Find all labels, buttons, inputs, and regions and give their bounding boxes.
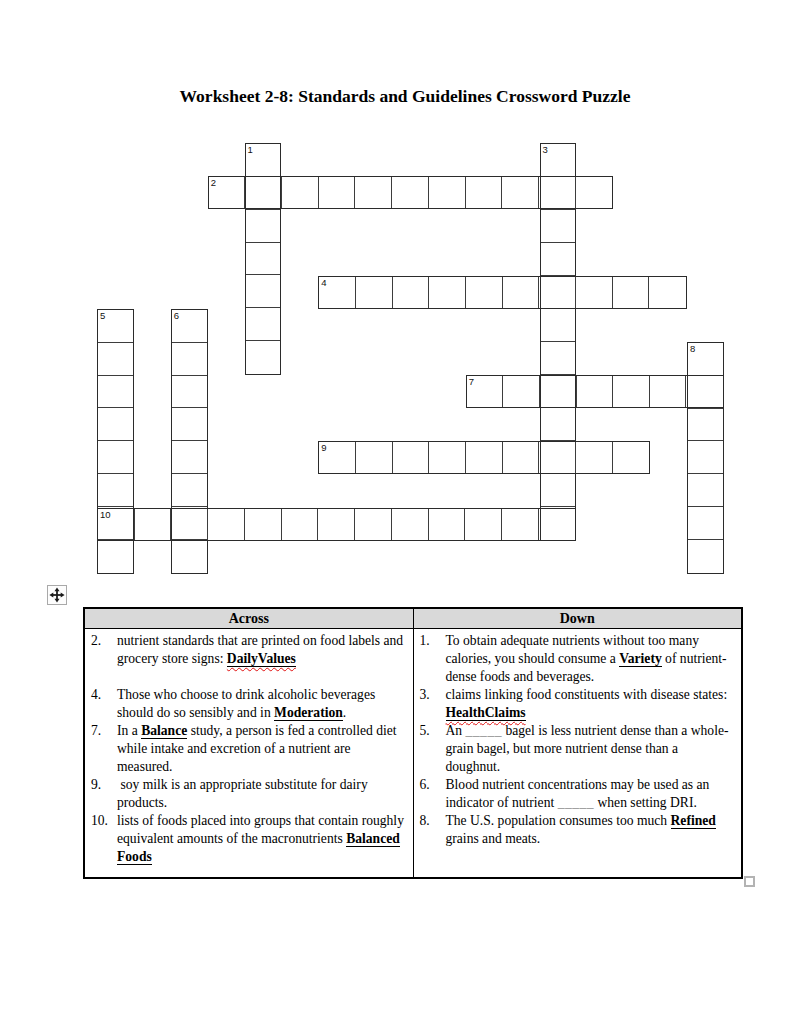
clue-text: Blood nutrient concentrations may be use… (446, 776, 738, 812)
page-title: Worksheet 2-8: Standards and Guidelines … (0, 86, 810, 107)
grid-cell[interactable]: 3 (541, 144, 576, 177)
clue-answer: DailyValues (227, 651, 296, 667)
clue-text: To obtain adequate nutrients without too… (446, 632, 738, 686)
clue-number: 8. (420, 812, 446, 848)
clue-text: soy milk is an appropriate substitute fo… (117, 776, 409, 812)
spellcheck-squiggle: HealthClaims (446, 705, 526, 720)
grid-cell[interactable]: 9 (319, 442, 356, 473)
grid-cell[interactable] (539, 277, 576, 308)
grid-cell[interactable] (576, 177, 613, 208)
grid-cell[interactable] (613, 376, 650, 407)
grid-cell[interactable] (393, 277, 430, 308)
grid-cell[interactable] (649, 277, 686, 308)
word-4-across: 4 (318, 276, 687, 309)
grid-cell[interactable] (246, 210, 281, 243)
grid-cell[interactable] (540, 376, 577, 407)
grid-cell[interactable] (688, 441, 723, 474)
grid-cell[interactable] (503, 442, 540, 473)
grid-cell[interactable] (393, 442, 430, 473)
clue-item: 9. soy milk is an appropriate substitute… (91, 776, 409, 812)
clue-number: 9. (91, 776, 117, 812)
grid-cell[interactable] (355, 177, 392, 208)
four-way-arrows-icon (49, 587, 65, 603)
grid-cell[interactable] (429, 509, 466, 540)
word-10-across: 10 (97, 508, 576, 541)
grid-cell[interactable] (688, 507, 723, 540)
grid-cell[interactable]: 1 (246, 144, 281, 177)
table-resize-handle[interactable] (744, 876, 755, 887)
clue-item: 2.nutrient standards that are printed on… (91, 632, 409, 668)
grid-cell[interactable] (135, 509, 172, 540)
cell-number: 4 (321, 277, 326, 288)
grid-cell[interactable]: 2 (209, 177, 246, 208)
grid-cell[interactable] (172, 540, 207, 573)
grid-cell[interactable] (613, 442, 650, 473)
cell-number: 10 (100, 509, 111, 520)
grid-cell[interactable] (98, 441, 133, 474)
grid-cell[interactable] (98, 474, 133, 507)
clue-item: 8.The U.S. population consumes too much … (420, 812, 738, 848)
grid-cell[interactable] (503, 277, 540, 308)
clue-text: claims linking food constituents with di… (446, 686, 738, 722)
grid-cell[interactable] (356, 277, 393, 308)
grid-cell[interactable] (172, 376, 207, 409)
clue-number: 2. (91, 632, 117, 668)
grid-cell[interactable] (429, 177, 466, 208)
grid-cell[interactable] (319, 177, 356, 208)
grid-cell[interactable] (172, 441, 207, 474)
grid-cell[interactable] (466, 442, 503, 473)
grid-cell[interactable] (466, 277, 503, 308)
grid-cell[interactable] (245, 509, 282, 540)
clue-number: 10. (91, 812, 117, 866)
table-move-handle[interactable] (47, 585, 67, 605)
clue-text: In a Balance study, a person is fed a co… (117, 722, 409, 776)
grid-cell[interactable] (246, 243, 281, 276)
cell-number: 5 (100, 310, 105, 321)
clue-text: lists of foods placed into groups that c… (117, 812, 409, 866)
grid-cell[interactable] (539, 177, 576, 208)
cell-number: 8 (690, 343, 695, 354)
grid-cell[interactable] (355, 509, 392, 540)
grid-cell[interactable] (613, 277, 650, 308)
grid-cell[interactable]: 10 (98, 509, 135, 540)
grid-cell[interactable] (98, 376, 133, 409)
clue-item: 1.To obtain adequate nutrients without t… (420, 632, 738, 686)
down-clues-column: 1.To obtain adequate nutrients without t… (414, 629, 742, 877)
word-9-across: 9 (318, 441, 650, 474)
grid-cell[interactable] (245, 177, 282, 208)
grid-cell[interactable]: 4 (319, 277, 356, 308)
clue-answer: Balanced Foods (117, 831, 400, 865)
grid-cell[interactable] (541, 342, 576, 375)
word-7-across: 7 (466, 375, 724, 408)
grid-cell[interactable] (686, 376, 723, 407)
grid-cell[interactable] (98, 540, 133, 573)
clue-text: An _____ bagel is less nutrient dense th… (446, 722, 738, 776)
cell-number: 3 (543, 144, 548, 155)
grid-cell[interactable] (541, 408, 576, 441)
grid-cell[interactable] (688, 474, 723, 507)
grid-cell[interactable] (356, 442, 393, 473)
spellcheck-squiggle: DailyValues (227, 651, 296, 666)
grid-cell[interactable] (539, 442, 576, 473)
grid-cell[interactable] (98, 408, 133, 441)
grid-cell[interactable] (318, 509, 355, 540)
grid-cell[interactable] (172, 343, 207, 376)
worksheet-page: Worksheet 2-8: Standards and Guidelines … (0, 0, 810, 1016)
cell-number: 6 (174, 310, 179, 321)
grid-cell[interactable] (246, 341, 281, 374)
clue-item: 10.lists of foods placed into groups tha… (91, 812, 409, 866)
grid-cell[interactable] (541, 210, 576, 243)
cell-number: 9 (321, 442, 326, 453)
clue-answer: Refined (671, 813, 716, 829)
grid-cell[interactable] (429, 442, 466, 473)
grid-cell[interactable] (576, 277, 613, 308)
clue-number: 1. (420, 632, 446, 686)
clue-item: 4.Those who choose to drink alcoholic be… (91, 686, 409, 722)
clue-number: 3. (420, 686, 446, 722)
clue-answer: HealthClaims (446, 705, 526, 721)
grid-cell[interactable] (282, 177, 319, 208)
clue-number: 6. (420, 776, 446, 812)
down-header: Down (414, 609, 742, 628)
fill-in-blank: _____ (558, 795, 594, 810)
grid-cell[interactable] (541, 474, 576, 507)
grid-cell[interactable] (576, 442, 613, 473)
word-2-across: 2 (208, 176, 614, 209)
clue-answer: Variety (619, 651, 662, 667)
clue-text: Those who choose to drink alcoholic beve… (117, 686, 409, 722)
grid-cell[interactable] (392, 177, 429, 208)
grid-cell[interactable] (172, 474, 207, 507)
cell-number: 2 (211, 177, 216, 188)
grid-cell[interactable]: 6 (172, 310, 207, 343)
grid-cell[interactable]: 8 (688, 343, 723, 376)
grid-cell[interactable] (502, 177, 539, 208)
grid-cell[interactable] (502, 509, 539, 540)
grid-cell[interactable] (503, 376, 540, 407)
grid-cell[interactable] (466, 177, 503, 208)
clue-number: 5. (420, 722, 446, 776)
clue-number: 7. (91, 722, 117, 776)
grid-cell[interactable]: 5 (98, 310, 133, 343)
grid-cell[interactable] (541, 309, 576, 342)
clue-answer: Moderation (274, 705, 343, 721)
clue-text: The U.S. population consumes too much Re… (446, 812, 738, 848)
grid-cell[interactable] (577, 376, 614, 407)
clue-number: 4. (91, 686, 117, 722)
clue-item: 3.claims linking food constituents with … (420, 686, 738, 722)
across-header: Across (85, 609, 414, 628)
clue-item: 7.In a Balance study, a person is fed a … (91, 722, 409, 776)
grid-cell[interactable] (539, 509, 576, 540)
clue-item: 6.Blood nutrient concentrations may be u… (420, 776, 738, 812)
grid-cell[interactable] (98, 343, 133, 376)
fill-in-blank: _____ (466, 723, 502, 738)
clues-table-header: Across Down (85, 609, 741, 629)
grid-cell[interactable] (465, 509, 502, 540)
clue-text: nutrient standards that are printed on f… (117, 632, 409, 668)
grid-cell[interactable] (246, 275, 281, 308)
grid-cell[interactable] (650, 376, 687, 407)
grid-cell[interactable] (688, 540, 723, 573)
clues-table: Across Down 2.nutrient standards that ar… (83, 607, 743, 879)
clue-answer: Balance (141, 723, 187, 739)
grid-cell[interactable] (429, 277, 466, 308)
clues-table-body: 2.nutrient standards that are printed on… (85, 629, 741, 877)
clue-item: 5.An _____ bagel is less nutrient dense … (420, 722, 738, 776)
grid-cell[interactable] (208, 509, 245, 540)
grid-cell[interactable] (171, 509, 208, 540)
across-clues-column: 2.nutrient standards that are printed on… (85, 629, 414, 877)
grid-cell[interactable] (172, 408, 207, 441)
grid-cell[interactable] (246, 308, 281, 341)
cell-number: 1 (248, 144, 253, 155)
grid-cell[interactable] (541, 243, 576, 276)
cell-number: 7 (469, 376, 474, 387)
grid-cell[interactable] (392, 509, 429, 540)
grid-cell[interactable]: 7 (467, 376, 504, 407)
grid-cell[interactable] (688, 409, 723, 442)
grid-cell[interactable] (282, 509, 319, 540)
